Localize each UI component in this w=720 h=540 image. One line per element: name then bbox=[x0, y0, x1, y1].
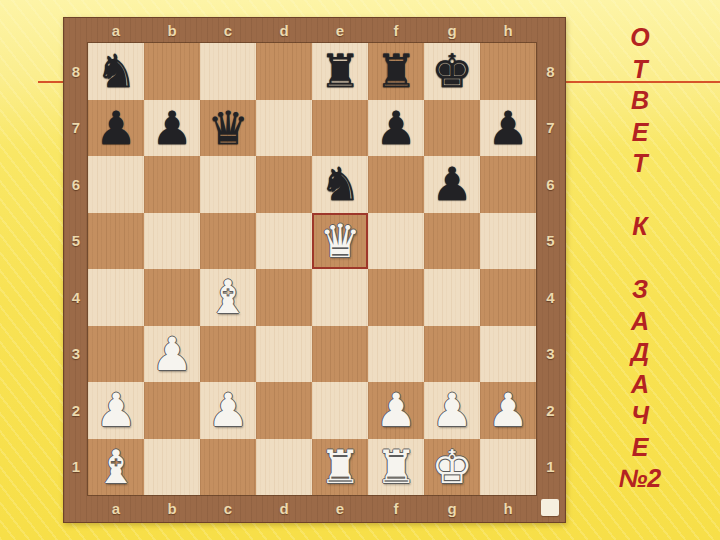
square-e1[interactable]: ♜ bbox=[312, 439, 368, 496]
square-g7[interactable] bbox=[424, 100, 480, 157]
white-rook: ♜ bbox=[375, 444, 416, 490]
square-h4[interactable] bbox=[480, 269, 536, 326]
white-pawn: ♟ bbox=[487, 387, 528, 433]
white-bishop: ♝ bbox=[207, 274, 248, 320]
file-label-c: c bbox=[200, 18, 256, 43]
square-a8[interactable]: ♞ bbox=[88, 43, 144, 100]
square-f2[interactable]: ♟ bbox=[368, 382, 424, 439]
black-knight: ♞ bbox=[319, 161, 360, 207]
square-g6[interactable]: ♟ bbox=[424, 156, 480, 213]
rank-label-4: 4 bbox=[64, 269, 88, 326]
square-e5[interactable]: ♛ bbox=[312, 213, 368, 270]
square-d3[interactable] bbox=[256, 326, 312, 383]
rank-label-8: 8 bbox=[536, 43, 565, 100]
rank-label-7: 7 bbox=[536, 100, 565, 157]
title-char: В bbox=[612, 85, 668, 117]
rank-label-6: 6 bbox=[64, 156, 88, 213]
square-h3[interactable] bbox=[480, 326, 536, 383]
white-pawn: ♟ bbox=[431, 387, 472, 433]
title-char: Т bbox=[612, 148, 668, 180]
file-label-b: b bbox=[144, 494, 200, 522]
title-char: З bbox=[612, 274, 668, 306]
square-a2[interactable]: ♟ bbox=[88, 382, 144, 439]
rank-label-8: 8 bbox=[64, 43, 88, 100]
black-queen: ♛ bbox=[207, 105, 248, 151]
file-label-b: b bbox=[144, 18, 200, 43]
square-c7[interactable]: ♛ bbox=[200, 100, 256, 157]
title-char: Д bbox=[612, 337, 668, 369]
rank-label-3: 3 bbox=[536, 326, 565, 383]
square-f1[interactable]: ♜ bbox=[368, 439, 424, 496]
square-h7[interactable]: ♟ bbox=[480, 100, 536, 157]
rank-label-5: 5 bbox=[64, 213, 88, 270]
square-f8[interactable]: ♜ bbox=[368, 43, 424, 100]
title-char: Т bbox=[612, 54, 668, 86]
black-rook: ♜ bbox=[375, 48, 416, 94]
square-a7[interactable]: ♟ bbox=[88, 100, 144, 157]
square-a5[interactable] bbox=[88, 213, 144, 270]
square-c1[interactable] bbox=[200, 439, 256, 496]
square-f5[interactable] bbox=[368, 213, 424, 270]
title-char: Е bbox=[612, 117, 668, 149]
file-label-h: h bbox=[480, 494, 536, 522]
square-a3[interactable] bbox=[88, 326, 144, 383]
square-h5[interactable] bbox=[480, 213, 536, 270]
white-bishop: ♝ bbox=[95, 444, 136, 490]
square-b4[interactable] bbox=[144, 269, 200, 326]
black-pawn: ♟ bbox=[95, 105, 136, 151]
white-to-move-indicator bbox=[541, 499, 559, 516]
black-pawn: ♟ bbox=[487, 105, 528, 151]
file-label-f: f bbox=[368, 18, 424, 43]
file-label-f: f bbox=[368, 494, 424, 522]
square-d4[interactable] bbox=[256, 269, 312, 326]
board-squares: ♞♜♜♚♟♟♛♟♟♞♟♛♝♟♟♟♟♟♟♝♜♜♚ bbox=[88, 43, 536, 495]
square-f3[interactable] bbox=[368, 326, 424, 383]
file-label-a: a bbox=[88, 494, 144, 522]
square-d8[interactable] bbox=[256, 43, 312, 100]
square-h2[interactable]: ♟ bbox=[480, 382, 536, 439]
square-b8[interactable] bbox=[144, 43, 200, 100]
rank-labels-left: 87654321 bbox=[64, 43, 88, 495]
square-g1[interactable]: ♚ bbox=[424, 439, 480, 496]
square-h6[interactable] bbox=[480, 156, 536, 213]
file-label-d: d bbox=[256, 494, 312, 522]
white-king: ♚ bbox=[431, 444, 472, 490]
square-b2[interactable] bbox=[144, 382, 200, 439]
square-f7[interactable]: ♟ bbox=[368, 100, 424, 157]
white-pawn: ♟ bbox=[151, 331, 192, 377]
black-pawn: ♟ bbox=[375, 105, 416, 151]
title-char: А bbox=[612, 306, 668, 338]
square-g8[interactable]: ♚ bbox=[424, 43, 480, 100]
square-b3[interactable]: ♟ bbox=[144, 326, 200, 383]
black-pawn: ♟ bbox=[431, 161, 472, 207]
rank-label-1: 1 bbox=[64, 439, 88, 496]
square-b1[interactable] bbox=[144, 439, 200, 496]
file-labels-top: abcdefgh bbox=[88, 18, 536, 43]
square-f4[interactable] bbox=[368, 269, 424, 326]
square-e8[interactable]: ♜ bbox=[312, 43, 368, 100]
square-c5[interactable] bbox=[200, 213, 256, 270]
square-e2[interactable] bbox=[312, 382, 368, 439]
square-h8[interactable] bbox=[480, 43, 536, 100]
white-pawn: ♟ bbox=[207, 387, 248, 433]
rank-label-7: 7 bbox=[64, 100, 88, 157]
black-king: ♚ bbox=[431, 48, 472, 94]
square-b6[interactable] bbox=[144, 156, 200, 213]
file-label-e: e bbox=[312, 18, 368, 43]
square-g4[interactable] bbox=[424, 269, 480, 326]
square-c3[interactable] bbox=[200, 326, 256, 383]
slide-title-vertical: ОТВЕТКЗАДАЧЕ№2 bbox=[612, 22, 668, 495]
square-b7[interactable]: ♟ bbox=[144, 100, 200, 157]
file-label-d: d bbox=[256, 18, 312, 43]
rank-label-2: 2 bbox=[536, 382, 565, 439]
white-pawn: ♟ bbox=[95, 387, 136, 433]
square-g2[interactable]: ♟ bbox=[424, 382, 480, 439]
square-e4[interactable] bbox=[312, 269, 368, 326]
square-d2[interactable] bbox=[256, 382, 312, 439]
square-d1[interactable] bbox=[256, 439, 312, 496]
square-d7[interactable] bbox=[256, 100, 312, 157]
rank-label-6: 6 bbox=[536, 156, 565, 213]
square-d5[interactable] bbox=[256, 213, 312, 270]
square-a1[interactable]: ♝ bbox=[88, 439, 144, 496]
black-pawn: ♟ bbox=[151, 105, 192, 151]
file-labels-bottom: abcdefgh bbox=[88, 494, 536, 522]
square-a6[interactable] bbox=[88, 156, 144, 213]
square-h1[interactable] bbox=[480, 439, 536, 496]
square-c4[interactable]: ♝ bbox=[200, 269, 256, 326]
rank-label-3: 3 bbox=[64, 326, 88, 383]
title-char: Е bbox=[612, 432, 668, 464]
title-char: №2 bbox=[612, 463, 668, 495]
square-f6[interactable] bbox=[368, 156, 424, 213]
rank-labels-right: 87654321 bbox=[536, 43, 565, 495]
title-char: О bbox=[612, 22, 668, 54]
rank-label-5: 5 bbox=[536, 213, 565, 270]
title-gap bbox=[612, 180, 668, 212]
title-char: К bbox=[612, 211, 668, 243]
rank-label-4: 4 bbox=[536, 269, 565, 326]
square-e3[interactable] bbox=[312, 326, 368, 383]
file-label-g: g bbox=[424, 494, 480, 522]
file-label-e: e bbox=[312, 494, 368, 522]
file-label-c: c bbox=[200, 494, 256, 522]
white-queen: ♛ bbox=[319, 218, 360, 264]
file-label-a: a bbox=[88, 18, 144, 43]
square-e6[interactable]: ♞ bbox=[312, 156, 368, 213]
square-a4[interactable] bbox=[88, 269, 144, 326]
black-rook: ♜ bbox=[319, 48, 360, 94]
square-g3[interactable] bbox=[424, 326, 480, 383]
title-gap bbox=[612, 243, 668, 275]
white-rook: ♜ bbox=[319, 444, 360, 490]
black-knight: ♞ bbox=[95, 48, 136, 94]
chess-board: abcdefgh abcdefgh 87654321 87654321 ♞♜♜♚… bbox=[63, 17, 566, 523]
square-c8[interactable] bbox=[200, 43, 256, 100]
square-b5[interactable] bbox=[144, 213, 200, 270]
file-label-h: h bbox=[480, 18, 536, 43]
rank-label-1: 1 bbox=[536, 439, 565, 496]
title-char: Ч bbox=[612, 400, 668, 432]
square-d6[interactable] bbox=[256, 156, 312, 213]
file-label-g: g bbox=[424, 18, 480, 43]
square-g5[interactable] bbox=[424, 213, 480, 270]
title-char: А bbox=[612, 369, 668, 401]
square-e7[interactable] bbox=[312, 100, 368, 157]
square-c2[interactable]: ♟ bbox=[200, 382, 256, 439]
white-pawn: ♟ bbox=[375, 387, 416, 433]
slide: abcdefgh abcdefgh 87654321 87654321 ♞♜♜♚… bbox=[0, 0, 720, 540]
rank-label-2: 2 bbox=[64, 382, 88, 439]
square-c6[interactable] bbox=[200, 156, 256, 213]
